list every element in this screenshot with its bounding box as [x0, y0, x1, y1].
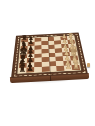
- square: [34, 67, 42, 72]
- clasp: [87, 63, 90, 67]
- square: [72, 65, 80, 70]
- chess-set-product-photo[interactable]: ♜♞♝♛♚♝♞♜♟♟♟♟♟♟♟♟♟♟♟♟♟♟♟♟♜♞♝♛♚♝♞♜: [0, 0, 95, 126]
- chess-board: [11, 32, 88, 78]
- square: [26, 67, 34, 72]
